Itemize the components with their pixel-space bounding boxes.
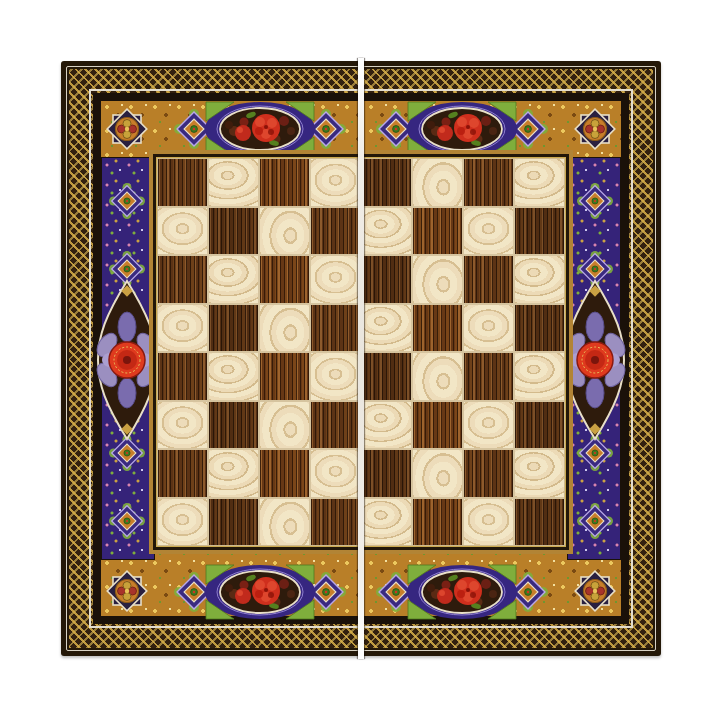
diamond-cluster-tb-3 — [508, 109, 548, 149]
square-e3[interactable] — [362, 402, 411, 449]
rose-medallion-bottom-right — [406, 564, 518, 620]
diamond-cluster-tb-4 — [174, 572, 214, 612]
diamond-cluster-side-5 — [577, 251, 613, 287]
diamond-cluster-tb-6 — [376, 572, 416, 612]
diamond-cluster-tb-1 — [306, 109, 346, 149]
rose-medallion-top-left — [204, 101, 316, 157]
large-rose-medallion-right — [558, 275, 632, 445]
square-h6[interactable] — [515, 256, 564, 303]
square-b6[interactable] — [209, 256, 258, 303]
square-c1[interactable] — [260, 499, 309, 546]
square-h8[interactable] — [515, 159, 564, 206]
square-d5[interactable] — [311, 305, 360, 352]
square-b8[interactable] — [209, 159, 258, 206]
square-d7[interactable] — [311, 208, 360, 255]
square-f8[interactable] — [413, 159, 462, 206]
square-e2[interactable] — [362, 450, 411, 497]
square-h1[interactable] — [515, 499, 564, 546]
square-c3[interactable] — [260, 402, 309, 449]
square-f6[interactable] — [413, 256, 462, 303]
square-d4[interactable] — [311, 353, 360, 400]
corner-star-medallion-top-right — [569, 103, 621, 155]
square-b2[interactable] — [209, 450, 258, 497]
square-f1[interactable] — [413, 499, 462, 546]
square-g3[interactable] — [464, 402, 513, 449]
square-g8[interactable] — [464, 159, 513, 206]
square-c5[interactable] — [260, 305, 309, 352]
corner-star-medallion-bottom-left — [101, 565, 153, 617]
square-d8[interactable] — [311, 159, 360, 206]
square-g5[interactable] — [464, 305, 513, 352]
square-c2[interactable] — [260, 450, 309, 497]
diamond-cluster-side-7 — [577, 503, 613, 539]
diamond-cluster-tb-7 — [508, 572, 548, 612]
square-c8[interactable] — [260, 159, 309, 206]
square-a1[interactable] — [158, 499, 207, 546]
square-a7[interactable] — [158, 208, 207, 255]
square-h3[interactable] — [515, 402, 564, 449]
square-f4[interactable] — [413, 353, 462, 400]
square-h4[interactable] — [515, 353, 564, 400]
square-f2[interactable] — [413, 450, 462, 497]
product-photo-page — [0, 0, 720, 720]
square-a6[interactable] — [158, 256, 207, 303]
square-e8[interactable] — [362, 159, 411, 206]
square-b4[interactable] — [209, 353, 258, 400]
square-e6[interactable] — [362, 256, 411, 303]
diamond-cluster-tb-0 — [174, 109, 214, 149]
square-g2[interactable] — [464, 450, 513, 497]
square-h5[interactable] — [515, 305, 564, 352]
diamond-cluster-side-1 — [109, 251, 145, 287]
square-d6[interactable] — [311, 256, 360, 303]
corner-star-medallion-top-left — [101, 103, 153, 155]
hinge-fold-gap — [358, 58, 364, 659]
square-b5[interactable] — [209, 305, 258, 352]
square-e1[interactable] — [362, 499, 411, 546]
square-a2[interactable] — [158, 450, 207, 497]
square-d2[interactable] — [311, 450, 360, 497]
square-g7[interactable] — [464, 208, 513, 255]
square-c6[interactable] — [260, 256, 309, 303]
diamond-cluster-side-0 — [109, 183, 145, 219]
square-e7[interactable] — [362, 208, 411, 255]
square-a4[interactable] — [158, 353, 207, 400]
square-f3[interactable] — [413, 402, 462, 449]
square-d1[interactable] — [311, 499, 360, 546]
square-h2[interactable] — [515, 450, 564, 497]
square-c7[interactable] — [260, 208, 309, 255]
square-g1[interactable] — [464, 499, 513, 546]
rose-medallion-bottom-left — [204, 564, 316, 620]
diamond-cluster-side-2 — [109, 435, 145, 471]
square-a5[interactable] — [158, 305, 207, 352]
diamond-cluster-side-6 — [577, 435, 613, 471]
square-b1[interactable] — [209, 499, 258, 546]
square-a8[interactable] — [158, 159, 207, 206]
square-g6[interactable] — [464, 256, 513, 303]
diamond-cluster-tb-2 — [376, 109, 416, 149]
square-e5[interactable] — [362, 305, 411, 352]
square-f5[interactable] — [413, 305, 462, 352]
chess-board — [61, 61, 661, 656]
square-d3[interactable] — [311, 402, 360, 449]
diamond-cluster-side-3 — [109, 503, 145, 539]
square-e4[interactable] — [362, 353, 411, 400]
square-b3[interactable] — [209, 402, 258, 449]
square-g4[interactable] — [464, 353, 513, 400]
square-a3[interactable] — [158, 402, 207, 449]
square-f7[interactable] — [413, 208, 462, 255]
square-c4[interactable] — [260, 353, 309, 400]
corner-star-medallion-bottom-right — [569, 565, 621, 617]
square-h7[interactable] — [515, 208, 564, 255]
diamond-cluster-tb-5 — [306, 572, 346, 612]
diamond-cluster-side-4 — [577, 183, 613, 219]
rose-medallion-top-right — [406, 101, 518, 157]
square-b7[interactable] — [209, 208, 258, 255]
